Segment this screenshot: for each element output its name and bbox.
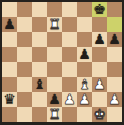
square-b5[interactable] <box>17 47 32 62</box>
white-rook[interactable]: ♜ <box>47 107 62 122</box>
chess-board: ♚♟♜♟♟♟♝♝♟♛♟♟♟♟♜♚ <box>2 2 122 122</box>
white-pawn[interactable]: ♟ <box>77 92 92 107</box>
square-f6[interactable] <box>77 32 92 47</box>
square-b1[interactable] <box>17 107 32 122</box>
square-e6[interactable] <box>62 32 77 47</box>
black-queen[interactable]: ♛ <box>2 92 17 107</box>
square-a5[interactable] <box>2 47 17 62</box>
black-pawn[interactable]: ♟ <box>47 92 62 107</box>
square-a3[interactable] <box>2 77 17 92</box>
square-f8[interactable] <box>77 2 92 17</box>
square-c2[interactable] <box>32 92 47 107</box>
square-f7[interactable] <box>77 17 92 32</box>
white-king[interactable]: ♚ <box>92 107 107 122</box>
square-g2[interactable] <box>92 92 107 107</box>
square-h2[interactable]: ♟ <box>107 92 122 107</box>
square-h4[interactable] <box>107 62 122 77</box>
square-c7[interactable] <box>32 17 47 32</box>
square-d4[interactable] <box>47 62 62 77</box>
chess-board-frame: ♚♟♜♟♟♟♝♝♟♛♟♟♟♟♜♚ <box>0 0 124 125</box>
square-b3[interactable] <box>17 77 32 92</box>
square-e2[interactable]: ♟ <box>62 92 77 107</box>
square-c1[interactable] <box>32 107 47 122</box>
square-g5[interactable] <box>92 47 107 62</box>
square-f3[interactable]: ♝ <box>77 77 92 92</box>
square-g7[interactable] <box>92 17 107 32</box>
square-d3[interactable] <box>47 77 62 92</box>
square-e1[interactable] <box>62 107 77 122</box>
square-c3[interactable]: ♝ <box>32 77 47 92</box>
square-e3[interactable] <box>62 77 77 92</box>
square-d8[interactable] <box>47 2 62 17</box>
square-g1[interactable]: ♚ <box>92 107 107 122</box>
square-g6[interactable]: ♟ <box>92 32 107 47</box>
white-pawn[interactable]: ♟ <box>92 77 107 92</box>
square-d6[interactable] <box>47 32 62 47</box>
square-f1[interactable] <box>77 107 92 122</box>
square-c8[interactable] <box>32 2 47 17</box>
square-e4[interactable] <box>62 62 77 77</box>
black-pawn[interactable]: ♟ <box>107 32 122 47</box>
square-d5[interactable] <box>47 47 62 62</box>
square-e5[interactable] <box>62 47 77 62</box>
square-h8[interactable] <box>107 2 122 17</box>
square-e7[interactable] <box>62 17 77 32</box>
square-g3[interactable]: ♟ <box>92 77 107 92</box>
square-b6[interactable] <box>17 32 32 47</box>
square-h6[interactable]: ♟ <box>107 32 122 47</box>
black-pawn[interactable]: ♟ <box>77 47 92 62</box>
square-f4[interactable] <box>77 62 92 77</box>
square-c5[interactable] <box>32 47 47 62</box>
square-d7[interactable]: ♜ <box>47 17 62 32</box>
square-b7[interactable] <box>17 17 32 32</box>
square-c6[interactable] <box>32 32 47 47</box>
square-h3[interactable] <box>107 77 122 92</box>
white-pawn[interactable]: ♟ <box>107 92 122 107</box>
square-a8[interactable] <box>2 2 17 17</box>
square-f5[interactable]: ♟ <box>77 47 92 62</box>
square-a4[interactable] <box>2 62 17 77</box>
square-a7[interactable]: ♟ <box>2 17 17 32</box>
square-a1[interactable] <box>2 107 17 122</box>
square-h1[interactable] <box>107 107 122 122</box>
black-pawn[interactable]: ♟ <box>92 32 107 47</box>
square-c4[interactable] <box>32 62 47 77</box>
square-h5[interactable] <box>107 47 122 62</box>
white-rook[interactable]: ♜ <box>47 17 62 32</box>
square-d2[interactable]: ♟ <box>47 92 62 107</box>
square-g4[interactable] <box>92 62 107 77</box>
black-king[interactable]: ♚ <box>92 2 107 17</box>
black-pawn[interactable]: ♟ <box>2 17 17 32</box>
square-a2[interactable]: ♛ <box>2 92 17 107</box>
black-bishop[interactable]: ♝ <box>32 77 47 92</box>
square-b4[interactable] <box>17 62 32 77</box>
white-pawn[interactable]: ♟ <box>62 92 77 107</box>
square-a6[interactable] <box>2 32 17 47</box>
square-g8[interactable]: ♚ <box>92 2 107 17</box>
square-b2[interactable] <box>17 92 32 107</box>
square-b8[interactable] <box>17 2 32 17</box>
square-f2[interactable]: ♟ <box>77 92 92 107</box>
square-h7[interactable] <box>107 17 122 32</box>
square-e8[interactable] <box>62 2 77 17</box>
square-d1[interactable]: ♜ <box>47 107 62 122</box>
white-bishop[interactable]: ♝ <box>77 77 92 92</box>
